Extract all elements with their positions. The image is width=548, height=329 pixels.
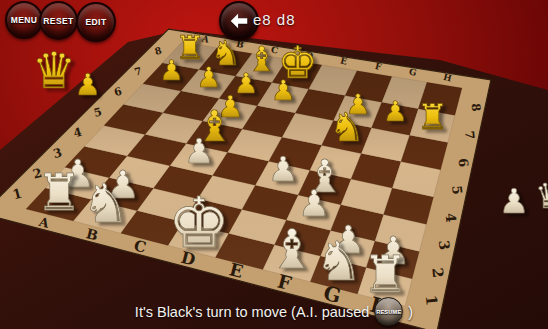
board-3d: ABCDEFGHABCDEFGH1234567812345678♜♞♝♚♟♟♛♟… bbox=[0, 0, 548, 329]
last-move-text: e8 d8 bbox=[253, 11, 296, 28]
rank-label-right-3: 3 bbox=[436, 239, 453, 250]
rank-label-right-8: 8 bbox=[469, 103, 484, 113]
rank-label-right-5: 5 bbox=[449, 185, 465, 196]
reset-button[interactable]: RESET bbox=[39, 1, 78, 40]
piece-white-bishop-f1[interactable]: ♝ bbox=[268, 218, 316, 281]
game-stage: ABCDEFGHABCDEFGH1234567812345678♜♞♝♚♟♟♛♟… bbox=[0, 0, 548, 329]
captured-black-pawn-1[interactable]: ♟ bbox=[75, 67, 102, 102]
piece-black-pawn-a7[interactable]: ♟ bbox=[159, 54, 184, 87]
menu-button[interactable]: MENU bbox=[5, 1, 43, 39]
piece-white-pawn-e4[interactable]: ♟ bbox=[268, 149, 299, 189]
rank-label-right-7: 7 bbox=[462, 130, 478, 140]
rank-label-right-6: 6 bbox=[456, 157, 472, 168]
piece-white-rook-a1[interactable]: ♜ bbox=[36, 162, 82, 222]
resume-button-label: RESUME bbox=[376, 309, 401, 315]
status-text-suffix: ) bbox=[408, 304, 413, 320]
resume-button[interactable]: RESUME bbox=[374, 297, 403, 326]
piece-black-pawn-d7[interactable]: ♟ bbox=[271, 74, 296, 107]
rank-label-right-2: 2 bbox=[429, 267, 447, 279]
piece-white-knight-g1[interactable]: ♞ bbox=[314, 230, 362, 293]
piece-white-pawn-c4[interactable]: ♟ bbox=[184, 131, 215, 171]
reset-button-label: RESET bbox=[43, 16, 73, 26]
status-text: It's Black's turn to move (A.I. paused bbox=[135, 304, 369, 320]
status-bar: It's Black's turn to move (A.I. paused R… bbox=[0, 297, 548, 326]
piece-black-rook-h7[interactable]: ♜ bbox=[417, 96, 449, 137]
piece-white-rook-h1[interactable]: ♜ bbox=[362, 244, 408, 304]
captured-white-pawn-0[interactable]: ♟ bbox=[499, 181, 529, 221]
captured-black-queen-0[interactable]: ♛ bbox=[32, 42, 77, 100]
piece-black-knight-f6[interactable]: ♞ bbox=[329, 104, 365, 150]
edit-button-label: EDIT bbox=[86, 17, 107, 27]
left-arrow-icon bbox=[228, 10, 250, 32]
piece-white-king-d1[interactable]: ♚ bbox=[167, 182, 230, 264]
edit-button[interactable]: EDIT bbox=[76, 2, 116, 42]
piece-white-knight-b1[interactable]: ♞ bbox=[81, 172, 129, 235]
piece-black-pawn-g7[interactable]: ♟ bbox=[383, 95, 408, 128]
menu-button-label: MENU bbox=[11, 15, 38, 25]
rank-label-right-4: 4 bbox=[442, 212, 459, 223]
captured-white-queen-1[interactable]: ♛ bbox=[535, 175, 548, 216]
